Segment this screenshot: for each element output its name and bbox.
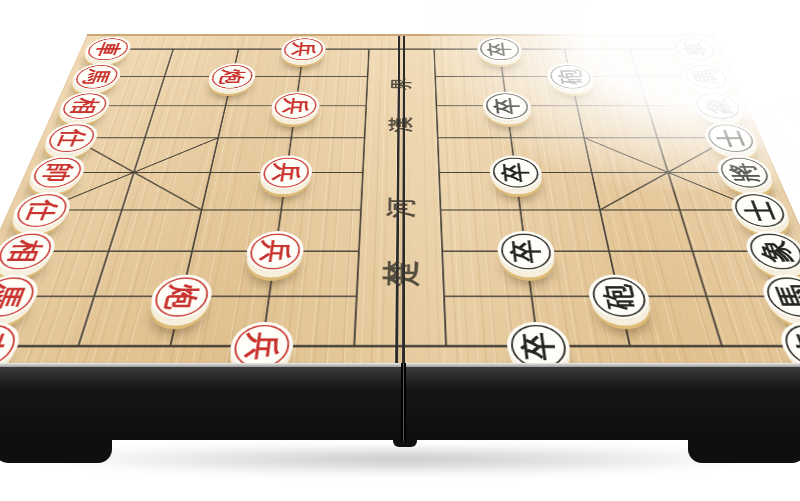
piece-character: 車 <box>791 332 800 360</box>
piece-character: 將 <box>726 163 763 182</box>
base-fold-seam <box>401 363 406 441</box>
piece-character: 兵 <box>281 98 310 114</box>
black-plastic-base <box>0 366 800 440</box>
piece-character: 卒 <box>493 98 522 114</box>
xiangqi-board: 界 漢 河 楚 車 馬 相 仕 帥 仕 相 馬 車 炮 炮 兵 兵 兵 兵 兵 … <box>0 34 800 374</box>
piece-character: 馬 <box>81 69 113 84</box>
piece-character: 車 <box>0 332 9 360</box>
photo-stage: 界 漢 河 楚 車 馬 相 仕 帥 仕 相 馬 車 炮 炮 兵 兵 兵 兵 兵 … <box>0 0 800 501</box>
piece-character: 兵 <box>270 163 302 182</box>
piece-character: 兵 <box>242 332 281 360</box>
piece-character: 炮 <box>218 69 247 84</box>
river-character: 界 <box>385 75 417 94</box>
board-edge-trim <box>0 363 800 367</box>
piece-character: 兵 <box>257 240 292 263</box>
piece-character: 車 <box>93 42 124 56</box>
piece-character: 士 <box>740 200 779 221</box>
piece-character: 馬 <box>773 284 800 309</box>
piece-character: 炮 <box>162 284 201 309</box>
floor-shadow <box>30 448 770 476</box>
piece-character: 馬 <box>0 284 28 309</box>
piece-character: 車 <box>680 42 710 56</box>
piece-character: 卒 <box>500 163 532 182</box>
piece-character: 象 <box>701 98 734 114</box>
piece-character: 仕 <box>54 129 89 147</box>
base-foot-right <box>688 436 800 463</box>
river-character: 漢 <box>384 114 418 135</box>
piece-character: 仕 <box>22 200 61 221</box>
piece-character: 卒 <box>519 332 558 360</box>
piece-character: 砲 <box>556 69 585 84</box>
piece-character: 砲 <box>600 284 639 309</box>
river-character: 河 <box>382 195 420 220</box>
piece-character: 相 <box>4 240 45 263</box>
piece-character: 兵 <box>290 42 317 56</box>
piece-character: 卒 <box>486 42 513 56</box>
piece-character: 卒 <box>509 240 544 263</box>
piece-character: 帥 <box>39 163 76 182</box>
piece-character: 相 <box>68 98 101 114</box>
river-character: 楚 <box>380 259 420 288</box>
piece-character: 士 <box>713 129 748 147</box>
piece-character: 象 <box>756 240 797 263</box>
piece-character: 馬 <box>690 69 722 84</box>
base-foot-left <box>0 436 112 463</box>
